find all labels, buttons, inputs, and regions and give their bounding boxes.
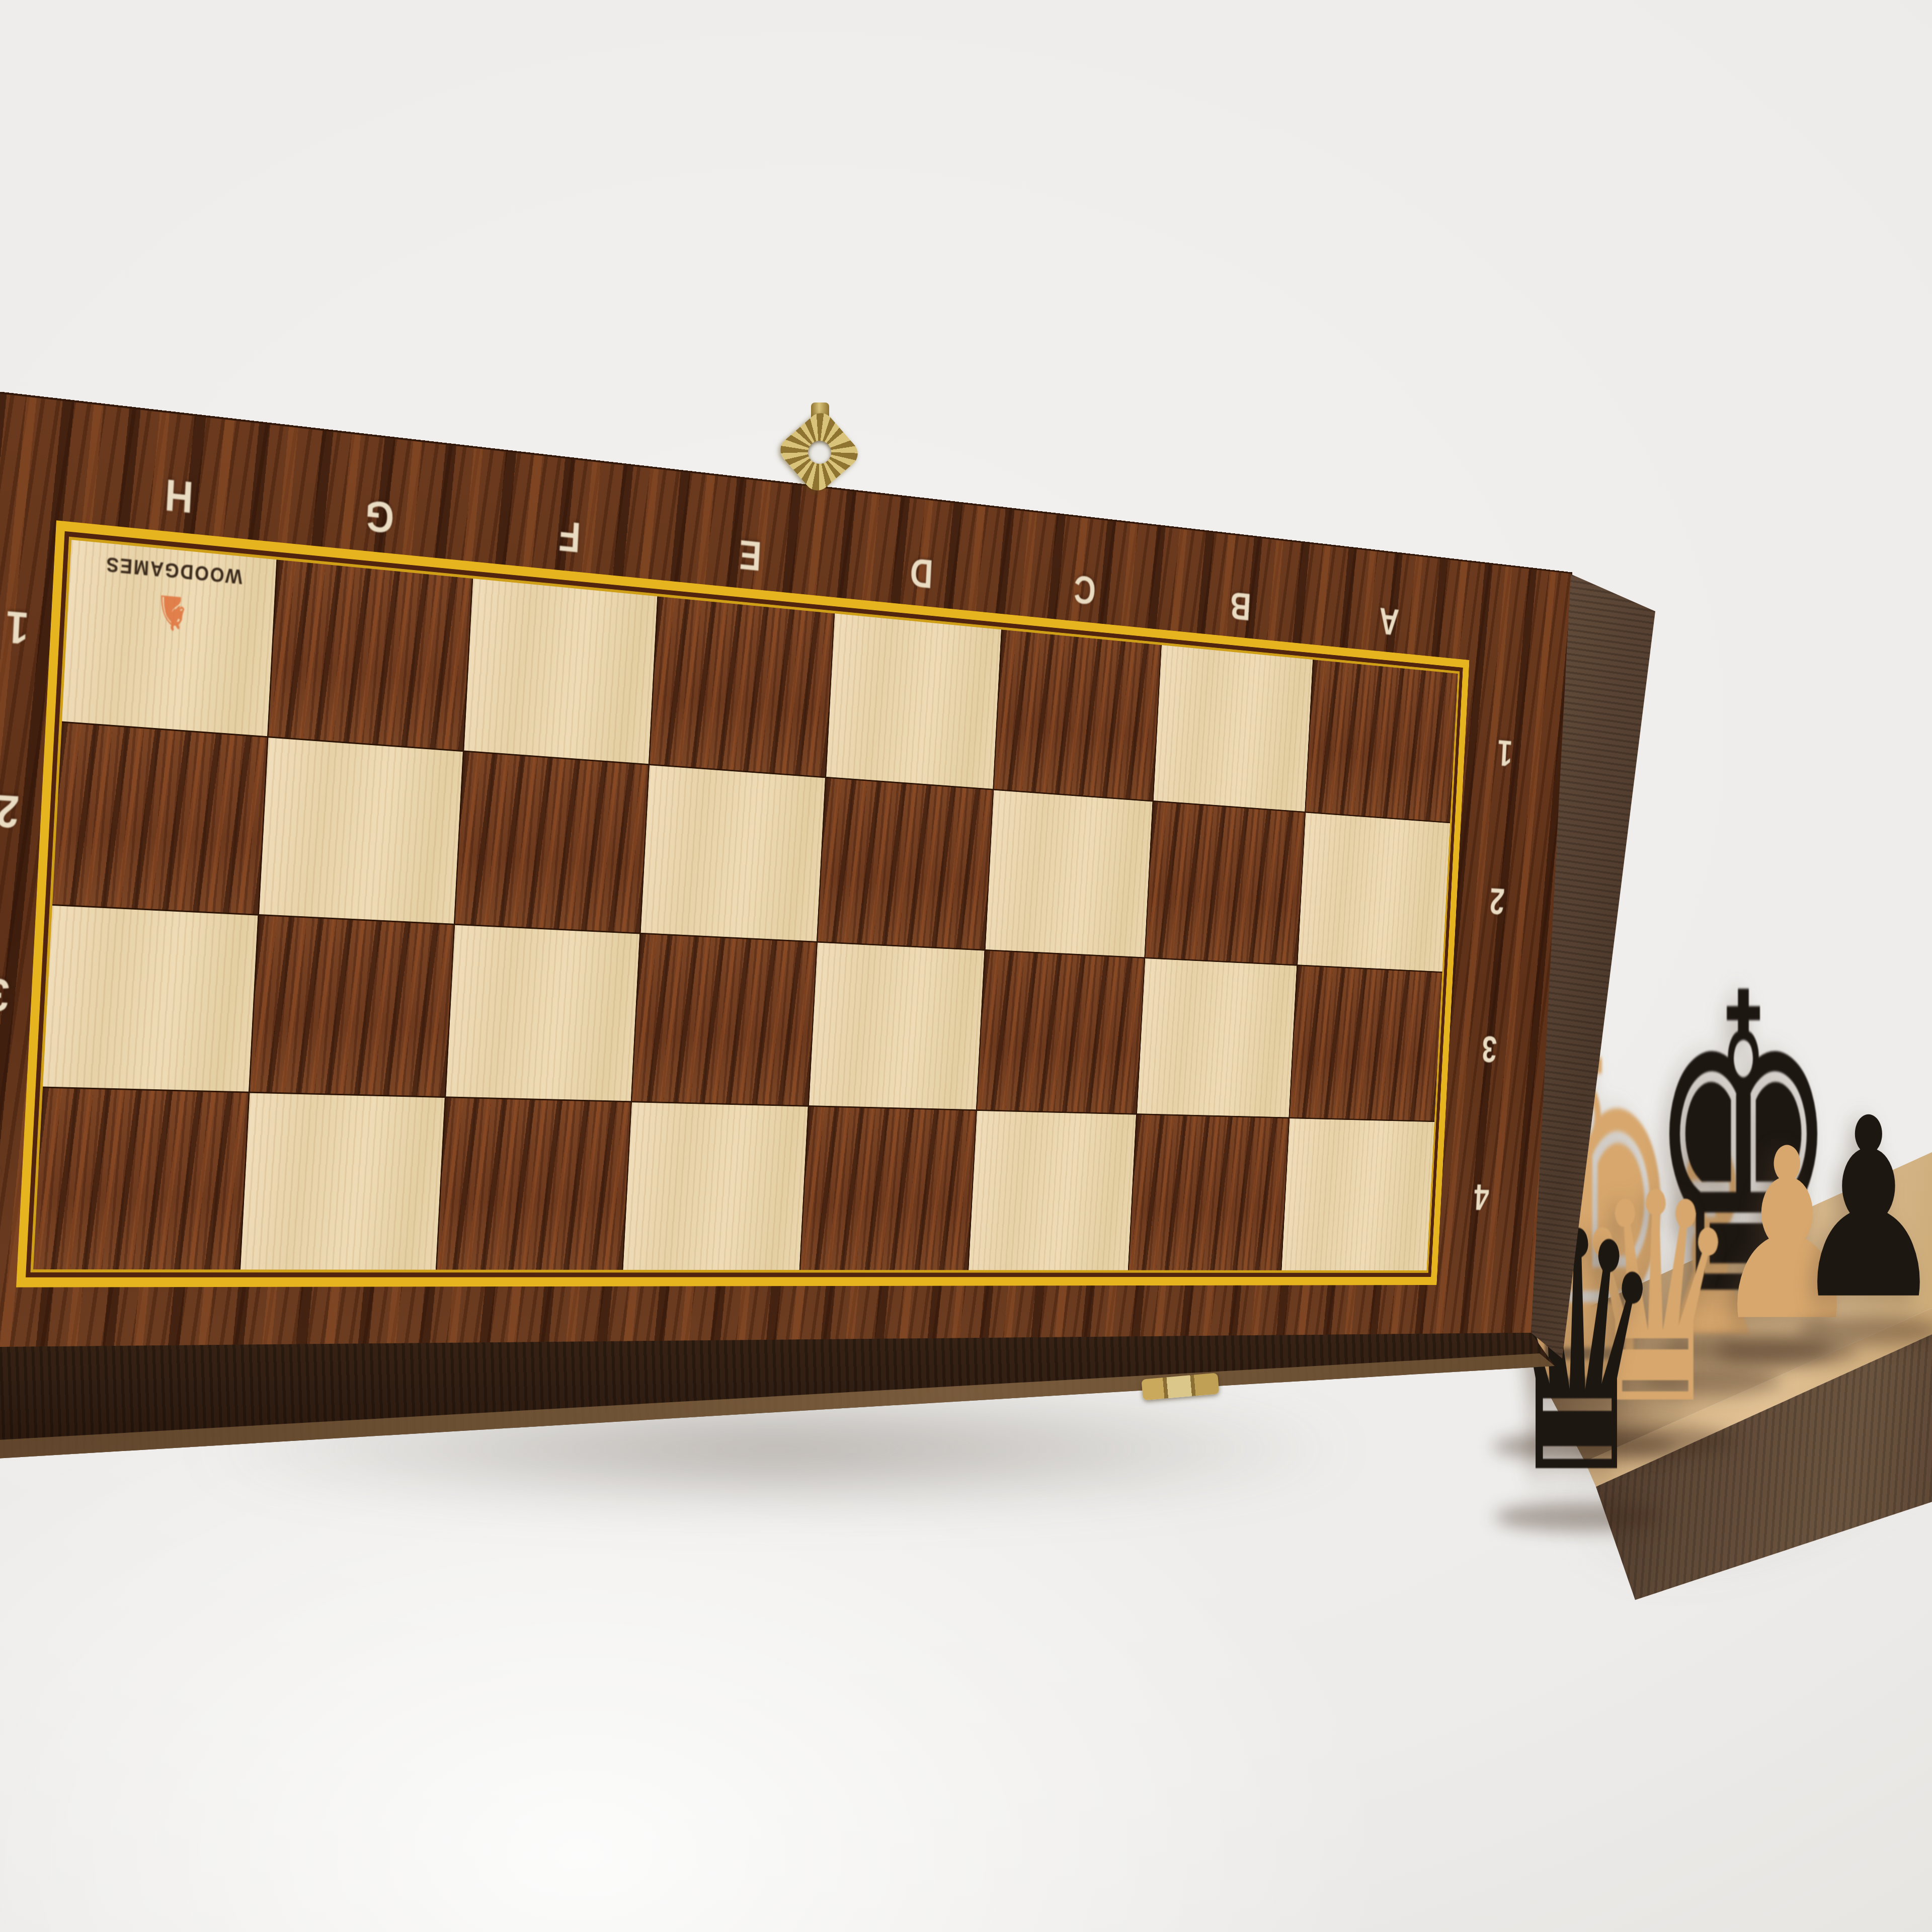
rank-label-right-1: 1 [1496, 731, 1513, 774]
square-c3 [977, 950, 1144, 1113]
board-lid: HGFEDCBA11223344 ♞WOODGAMES [0, 393, 1571, 1347]
brand-logo-text: WOODGAMES [104, 552, 243, 589]
square-c2 [985, 790, 1152, 957]
clasp-hole [808, 441, 831, 464]
rank-label-right-2: 2 [1488, 879, 1506, 922]
square-f1 [464, 579, 658, 764]
square-g1 [269, 560, 472, 751]
file-label-a: A [1377, 599, 1400, 643]
square-b2 [1145, 801, 1305, 964]
square-e4 [623, 1102, 808, 1270]
file-label-d: D [908, 548, 934, 596]
square-h2 [52, 722, 267, 914]
square-d1 [826, 613, 1001, 788]
square-b4 [1129, 1115, 1289, 1270]
square-a1 [1306, 660, 1458, 822]
pinstripe-border-outer: ♞WOODGAMES [16, 520, 1469, 1287]
brass-clasp-icon [779, 403, 859, 496]
chess-box-photo: ♚♝♚♛♛♟♟ HGFEDCBA11223344 ♞WOODGAMES [0, 0, 1932, 1932]
brand-logo: ♞WOODGAMES [75, 550, 268, 648]
square-e2 [641, 765, 825, 941]
checkerboard: ♞WOODGAMES [33, 540, 1458, 1270]
square-g4 [240, 1093, 445, 1270]
square-f4 [437, 1098, 630, 1270]
pinstripe-border-inner: ♞WOODGAMES [30, 537, 1460, 1273]
square-a2 [1298, 813, 1450, 971]
square-f2 [455, 752, 649, 932]
rank-label-left-3: 3 [0, 968, 11, 1020]
file-label-b: B [1228, 583, 1252, 629]
square-d3 [809, 942, 985, 1109]
rank-label-right-3: 3 [1480, 1027, 1498, 1070]
file-label-f: F [557, 511, 582, 561]
rank-label-left-1: 1 [4, 600, 30, 654]
rank-label-left-2: 2 [0, 784, 20, 837]
square-c4 [969, 1111, 1136, 1270]
rank-label-right-4: 4 [1473, 1176, 1490, 1218]
knight-stamp-icon: ♞ [152, 584, 192, 642]
file-label-h: H [163, 469, 195, 522]
pinstripe-border-gap: ♞WOODGAMES [26, 531, 1463, 1277]
file-label-e: E [737, 530, 763, 579]
square-a3 [1290, 965, 1442, 1121]
square-f3 [446, 925, 640, 1101]
square-g2 [259, 738, 463, 923]
square-h1: ♞WOODGAMES [62, 540, 276, 736]
square-d2 [818, 778, 993, 949]
black-pawn: ♟ [1792, 1085, 1932, 1333]
square-g3 [250, 915, 454, 1096]
square-e3 [632, 934, 816, 1105]
file-label-c: C [1072, 566, 1097, 613]
square-e1 [650, 597, 833, 777]
square-c1 [994, 630, 1161, 800]
square-b3 [1137, 958, 1297, 1117]
square-h4 [33, 1088, 249, 1270]
rank-label-left-4: 4 [0, 1152, 1, 1203]
square-a4 [1281, 1118, 1434, 1270]
file-label-g: G [363, 490, 395, 542]
square-b1 [1154, 645, 1313, 812]
square-d4 [800, 1107, 976, 1270]
square-h3 [43, 906, 258, 1092]
